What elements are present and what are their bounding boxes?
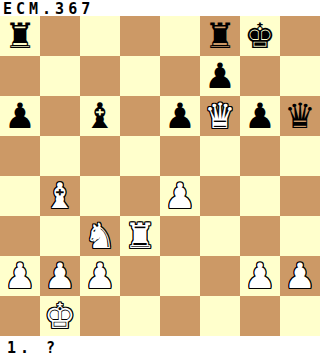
square-e4[interactable]: ♟: [160, 176, 200, 216]
square-g8[interactable]: ♚: [240, 16, 280, 56]
piece-white-queen[interactable]: ♛: [204, 96, 235, 136]
square-b5[interactable]: [40, 136, 80, 176]
square-h2[interactable]: ♟: [280, 256, 320, 296]
square-b4[interactable]: ♝: [40, 176, 80, 216]
puzzle-id: ECM.367: [0, 0, 320, 16]
square-g3[interactable]: [240, 216, 280, 256]
piece-black-pawn[interactable]: ♟: [4, 96, 35, 136]
square-c3[interactable]: ♞: [80, 216, 120, 256]
piece-black-king[interactable]: ♚: [244, 16, 275, 56]
square-c4[interactable]: [80, 176, 120, 216]
square-f8[interactable]: ♜: [200, 16, 240, 56]
square-c7[interactable]: [80, 56, 120, 96]
square-g1[interactable]: [240, 296, 280, 336]
piece-white-pawn[interactable]: ♟: [84, 256, 115, 296]
square-b6[interactable]: [40, 96, 80, 136]
square-e7[interactable]: [160, 56, 200, 96]
piece-white-pawn[interactable]: ♟: [284, 256, 315, 296]
square-e8[interactable]: [160, 16, 200, 56]
square-g7[interactable]: [240, 56, 280, 96]
square-g4[interactable]: [240, 176, 280, 216]
square-h7[interactable]: [280, 56, 320, 96]
piece-white-knight[interactable]: ♞: [84, 216, 115, 256]
square-c2[interactable]: ♟: [80, 256, 120, 296]
square-g5[interactable]: [240, 136, 280, 176]
square-e5[interactable]: [160, 136, 200, 176]
piece-white-bishop[interactable]: ♝: [44, 176, 75, 216]
piece-black-rook[interactable]: ♜: [204, 16, 235, 56]
square-d3[interactable]: ♜: [120, 216, 160, 256]
chess-board: ♜♜♚♟♟♝♟♛♟♛♝♟♞♜♟♟♟♟♟♚: [0, 16, 320, 336]
piece-white-rook[interactable]: ♜: [124, 216, 155, 256]
piece-white-pawn[interactable]: ♟: [244, 256, 275, 296]
square-f7[interactable]: ♟: [200, 56, 240, 96]
square-a4[interactable]: [0, 176, 40, 216]
square-h5[interactable]: [280, 136, 320, 176]
square-a6[interactable]: ♟: [0, 96, 40, 136]
piece-white-pawn[interactable]: ♟: [44, 256, 75, 296]
square-h6[interactable]: ♛: [280, 96, 320, 136]
piece-black-pawn[interactable]: ♟: [244, 96, 275, 136]
square-b2[interactable]: ♟: [40, 256, 80, 296]
square-e1[interactable]: [160, 296, 200, 336]
square-d5[interactable]: [120, 136, 160, 176]
square-a7[interactable]: [0, 56, 40, 96]
square-e3[interactable]: [160, 216, 200, 256]
square-d2[interactable]: [120, 256, 160, 296]
square-f6[interactable]: ♛: [200, 96, 240, 136]
piece-black-queen[interactable]: ♛: [284, 96, 315, 136]
square-e6[interactable]: ♟: [160, 96, 200, 136]
move-prompt: 1. ?: [0, 336, 320, 360]
piece-black-pawn[interactable]: ♟: [164, 96, 195, 136]
square-a1[interactable]: [0, 296, 40, 336]
square-h4[interactable]: [280, 176, 320, 216]
square-f2[interactable]: [200, 256, 240, 296]
piece-black-bishop[interactable]: ♝: [84, 96, 115, 136]
piece-black-pawn[interactable]: ♟: [204, 56, 235, 96]
square-f1[interactable]: [200, 296, 240, 336]
square-h8[interactable]: [280, 16, 320, 56]
piece-black-rook[interactable]: ♜: [4, 16, 35, 56]
piece-white-pawn[interactable]: ♟: [164, 176, 195, 216]
square-d7[interactable]: [120, 56, 160, 96]
square-c6[interactable]: ♝: [80, 96, 120, 136]
square-f3[interactable]: [200, 216, 240, 256]
square-a5[interactable]: [0, 136, 40, 176]
square-c1[interactable]: [80, 296, 120, 336]
piece-white-pawn[interactable]: ♟: [4, 256, 35, 296]
square-f5[interactable]: [200, 136, 240, 176]
square-b1[interactable]: ♚: [40, 296, 80, 336]
square-b7[interactable]: [40, 56, 80, 96]
square-c5[interactable]: [80, 136, 120, 176]
square-a8[interactable]: ♜: [0, 16, 40, 56]
square-d1[interactable]: [120, 296, 160, 336]
square-f4[interactable]: [200, 176, 240, 216]
square-b3[interactable]: [40, 216, 80, 256]
square-h3[interactable]: [280, 216, 320, 256]
square-d4[interactable]: [120, 176, 160, 216]
square-b8[interactable]: [40, 16, 80, 56]
square-g2[interactable]: ♟: [240, 256, 280, 296]
square-e2[interactable]: [160, 256, 200, 296]
square-a3[interactable]: [0, 216, 40, 256]
square-g6[interactable]: ♟: [240, 96, 280, 136]
square-c8[interactable]: [80, 16, 120, 56]
piece-white-king[interactable]: ♚: [44, 296, 75, 336]
square-h1[interactable]: [280, 296, 320, 336]
square-d6[interactable]: [120, 96, 160, 136]
square-a2[interactable]: ♟: [0, 256, 40, 296]
square-d8[interactable]: [120, 16, 160, 56]
